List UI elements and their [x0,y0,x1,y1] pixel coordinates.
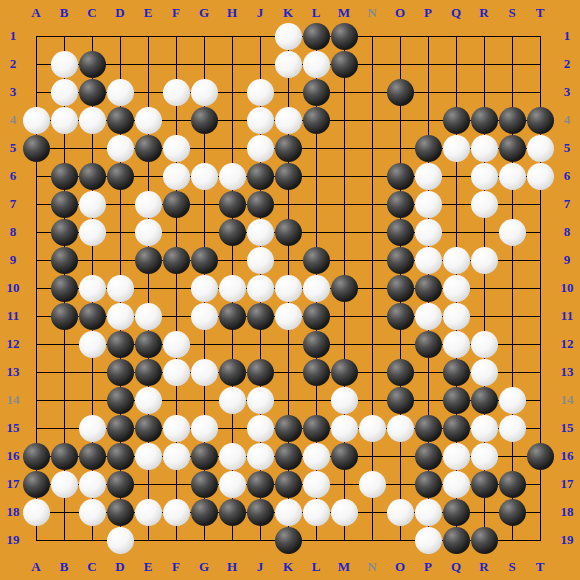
row-label-left: 3 [0,84,26,100]
stone-black-E13 [135,359,162,386]
stone-white-T5 [527,135,554,162]
column-label-top: S [499,5,525,21]
stone-black-G17 [191,471,218,498]
row-label-left: 14 [0,392,26,408]
row-label-left: 10 [0,280,26,296]
stone-white-G10 [191,275,218,302]
stone-black-R19 [471,527,498,554]
column-label-top: T [527,5,553,21]
column-label-bottom: K [275,559,301,575]
stone-white-P18 [415,499,442,526]
stone-white-E11 [135,303,162,330]
stone-white-E4 [135,107,162,134]
column-label-top: R [471,5,497,21]
stone-black-C16 [79,443,106,470]
row-label-left: 2 [0,56,26,72]
stone-white-H6 [219,163,246,190]
stone-white-E7 [135,191,162,218]
stone-black-D17 [107,471,134,498]
stone-black-C11 [79,303,106,330]
stone-white-L17 [303,471,330,498]
stone-white-F12 [163,331,190,358]
row-label-right: 7 [554,196,580,212]
stone-white-B3 [51,79,78,106]
stone-white-L18 [303,499,330,526]
stone-white-J8 [247,219,274,246]
stone-white-C8 [79,219,106,246]
stone-white-D11 [107,303,134,330]
stone-black-D14 [107,387,134,414]
stone-white-Q10 [443,275,470,302]
stone-black-J7 [247,191,274,218]
stone-black-S4 [499,107,526,134]
stone-black-D18 [107,499,134,526]
stone-white-Q17 [443,471,470,498]
stone-black-P5 [415,135,442,162]
stone-black-S17 [499,471,526,498]
stone-black-M1 [331,23,358,50]
row-label-left: 11 [0,308,26,324]
stone-black-K6 [275,163,302,190]
column-label-bottom: N [359,559,385,575]
stone-white-G15 [191,415,218,442]
stone-white-H10 [219,275,246,302]
row-label-right: 11 [554,308,580,324]
column-label-top: N [359,5,385,21]
stone-white-G3 [191,79,218,106]
stone-white-K18 [275,499,302,526]
row-label-right: 2 [554,56,580,72]
stone-black-A17 [23,471,50,498]
stone-white-H16 [219,443,246,470]
stone-white-C10 [79,275,106,302]
stone-black-C6 [79,163,106,190]
stone-black-L4 [303,107,330,134]
stone-black-B7 [51,191,78,218]
stone-white-P7 [415,191,442,218]
stone-white-R5 [471,135,498,162]
stone-black-A16 [23,443,50,470]
stone-black-E9 [135,247,162,274]
stone-black-O8 [387,219,414,246]
stone-white-J3 [247,79,274,106]
stone-white-M18 [331,499,358,526]
stone-white-S6 [499,163,526,190]
stone-white-F18 [163,499,190,526]
stone-black-Q18 [443,499,470,526]
column-label-bottom: Q [443,559,469,575]
stone-black-S5 [499,135,526,162]
column-label-top: O [387,5,413,21]
stone-white-N15 [359,415,386,442]
column-label-top: G [191,5,217,21]
stone-black-P15 [415,415,442,442]
row-label-right: 8 [554,224,580,240]
grid-line-vertical [372,36,373,541]
stone-black-A5 [23,135,50,162]
column-label-top: F [163,5,189,21]
column-label-top: L [303,5,329,21]
stone-black-E5 [135,135,162,162]
stone-white-J9 [247,247,274,274]
stone-black-Q19 [443,527,470,554]
column-label-bottom: C [79,559,105,575]
stone-white-K10 [275,275,302,302]
stone-white-J15 [247,415,274,442]
stone-white-F16 [163,443,190,470]
stone-black-O11 [387,303,414,330]
column-label-bottom: F [163,559,189,575]
row-label-right: 4 [554,112,580,128]
stone-black-O6 [387,163,414,190]
stone-white-C18 [79,499,106,526]
stone-black-L1 [303,23,330,50]
row-label-right: 14 [554,392,580,408]
stone-white-C7 [79,191,106,218]
stone-black-T16 [527,443,554,470]
stone-white-A4 [23,107,50,134]
stone-white-R15 [471,415,498,442]
column-label-bottom: J [247,559,273,575]
stone-black-D4 [107,107,134,134]
stone-black-D6 [107,163,134,190]
stone-black-S18 [499,499,526,526]
stone-black-F7 [163,191,190,218]
row-label-right: 6 [554,168,580,184]
stone-white-F15 [163,415,190,442]
column-label-bottom: B [51,559,77,575]
row-label-right: 13 [554,364,580,380]
stone-black-J11 [247,303,274,330]
stone-white-Q12 [443,331,470,358]
stone-white-R7 [471,191,498,218]
row-label-left: 1 [0,28,26,44]
stone-white-Q5 [443,135,470,162]
stone-white-G13 [191,359,218,386]
stone-black-D15 [107,415,134,442]
row-label-left: 8 [0,224,26,240]
stone-black-J17 [247,471,274,498]
stone-white-M15 [331,415,358,442]
stone-white-K4 [275,107,302,134]
stone-white-S8 [499,219,526,246]
row-label-right: 5 [554,140,580,156]
row-label-right: 15 [554,420,580,436]
row-label-right: 12 [554,336,580,352]
stone-white-S15 [499,415,526,442]
column-label-top: D [107,5,133,21]
stone-black-O7 [387,191,414,218]
stone-white-R13 [471,359,498,386]
stone-white-T6 [527,163,554,190]
stone-white-C17 [79,471,106,498]
go-board[interactable]: AABBCCDDEEFFGGHHJJKKLLMMNNOOPPQQRRSSTT11… [0,0,580,580]
stone-black-B16 [51,443,78,470]
stone-black-B9 [51,247,78,274]
stone-white-A18 [23,499,50,526]
column-label-top: J [247,5,273,21]
stone-white-E14 [135,387,162,414]
stone-black-H13 [219,359,246,386]
stone-black-B10 [51,275,78,302]
stone-black-R17 [471,471,498,498]
column-label-bottom: P [415,559,441,575]
row-label-right: 9 [554,252,580,268]
stone-white-R9 [471,247,498,274]
stone-black-L11 [303,303,330,330]
column-label-bottom: A [23,559,49,575]
stone-black-M16 [331,443,358,470]
stone-white-N17 [359,471,386,498]
stone-white-C15 [79,415,106,442]
stone-black-P10 [415,275,442,302]
column-label-bottom: D [107,559,133,575]
stone-black-P17 [415,471,442,498]
row-label-left: 6 [0,168,26,184]
column-label-bottom: T [527,559,553,575]
stone-black-H8 [219,219,246,246]
stone-white-J5 [247,135,274,162]
stone-white-Q9 [443,247,470,274]
stone-white-C12 [79,331,106,358]
stone-white-E18 [135,499,162,526]
stone-black-J13 [247,359,274,386]
stone-white-D5 [107,135,134,162]
stone-white-O18 [387,499,414,526]
stone-white-B17 [51,471,78,498]
stone-white-P19 [415,527,442,554]
stone-white-G6 [191,163,218,190]
stone-white-L16 [303,443,330,470]
stone-white-F6 [163,163,190,190]
column-label-top: E [135,5,161,21]
stone-black-B8 [51,219,78,246]
row-label-left: 15 [0,420,26,436]
stone-black-R4 [471,107,498,134]
stone-white-K11 [275,303,302,330]
column-label-top: Q [443,5,469,21]
stone-white-E16 [135,443,162,470]
stone-black-F9 [163,247,190,274]
row-label-right: 10 [554,280,580,296]
stone-white-P8 [415,219,442,246]
stone-black-O3 [387,79,414,106]
row-label-left: 19 [0,532,26,548]
stone-white-F3 [163,79,190,106]
stone-black-G18 [191,499,218,526]
stone-white-H17 [219,471,246,498]
column-label-top: B [51,5,77,21]
stone-white-K2 [275,51,302,78]
stone-white-C4 [79,107,106,134]
column-label-bottom: R [471,559,497,575]
stone-black-D12 [107,331,134,358]
column-label-top: A [23,5,49,21]
column-label-bottom: O [387,559,413,575]
stone-black-L13 [303,359,330,386]
stone-black-K8 [275,219,302,246]
stone-black-T4 [527,107,554,134]
stone-black-P16 [415,443,442,470]
stone-black-K15 [275,415,302,442]
stone-black-M10 [331,275,358,302]
stone-white-J14 [247,387,274,414]
stone-black-J18 [247,499,274,526]
stone-white-B4 [51,107,78,134]
row-label-right: 1 [554,28,580,44]
row-label-right: 19 [554,532,580,548]
stone-black-E12 [135,331,162,358]
stone-black-M13 [331,359,358,386]
stone-white-J16 [247,443,274,470]
row-label-right: 17 [554,476,580,492]
stone-white-R6 [471,163,498,190]
stone-white-O15 [387,415,414,442]
stone-white-D3 [107,79,134,106]
stone-black-D13 [107,359,134,386]
stone-black-C2 [79,51,106,78]
stone-white-G11 [191,303,218,330]
stone-black-O10 [387,275,414,302]
stone-white-J4 [247,107,274,134]
stone-white-L2 [303,51,330,78]
stone-white-D19 [107,527,134,554]
column-label-bottom: H [219,559,245,575]
stone-white-R12 [471,331,498,358]
column-label-bottom: M [331,559,357,575]
stone-white-R16 [471,443,498,470]
stone-black-K17 [275,471,302,498]
stone-black-K16 [275,443,302,470]
stone-white-L10 [303,275,330,302]
stone-white-F5 [163,135,190,162]
stone-white-H14 [219,387,246,414]
stone-white-M14 [331,387,358,414]
stone-black-J6 [247,163,274,190]
stone-black-H7 [219,191,246,218]
stone-white-D10 [107,275,134,302]
column-label-bottom: L [303,559,329,575]
stone-white-P11 [415,303,442,330]
stone-black-P12 [415,331,442,358]
stone-black-L9 [303,247,330,274]
stone-black-D16 [107,443,134,470]
stone-white-P6 [415,163,442,190]
stone-black-G16 [191,443,218,470]
stone-black-O13 [387,359,414,386]
column-label-bottom: S [499,559,525,575]
stone-white-P9 [415,247,442,274]
row-label-left: 7 [0,196,26,212]
stone-black-K5 [275,135,302,162]
stone-black-C3 [79,79,106,106]
stone-black-G9 [191,247,218,274]
column-label-top: M [331,5,357,21]
stone-black-E15 [135,415,162,442]
column-label-bottom: E [135,559,161,575]
column-label-top: C [79,5,105,21]
stone-white-Q11 [443,303,470,330]
stone-black-B11 [51,303,78,330]
stone-white-F13 [163,359,190,386]
stone-black-O9 [387,247,414,274]
stone-black-M2 [331,51,358,78]
row-label-left: 12 [0,336,26,352]
stone-black-B6 [51,163,78,190]
column-label-top: H [219,5,245,21]
stone-black-G4 [191,107,218,134]
stone-black-Q4 [443,107,470,134]
stone-white-J10 [247,275,274,302]
stone-black-Q15 [443,415,470,442]
stone-black-Q13 [443,359,470,386]
stone-black-Q14 [443,387,470,414]
stone-black-R14 [471,387,498,414]
stone-white-Q16 [443,443,470,470]
stone-black-H18 [219,499,246,526]
row-label-right: 3 [554,84,580,100]
stone-black-O14 [387,387,414,414]
row-label-left: 9 [0,252,26,268]
stone-white-B2 [51,51,78,78]
column-label-top: K [275,5,301,21]
stone-white-S14 [499,387,526,414]
row-label-left: 13 [0,364,26,380]
stone-black-L3 [303,79,330,106]
stone-white-K1 [275,23,302,50]
row-label-right: 16 [554,448,580,464]
stone-black-H11 [219,303,246,330]
column-label-bottom: G [191,559,217,575]
stone-white-E8 [135,219,162,246]
stone-black-K19 [275,527,302,554]
column-label-top: P [415,5,441,21]
row-label-right: 18 [554,504,580,520]
stone-black-L12 [303,331,330,358]
stone-black-L15 [303,415,330,442]
